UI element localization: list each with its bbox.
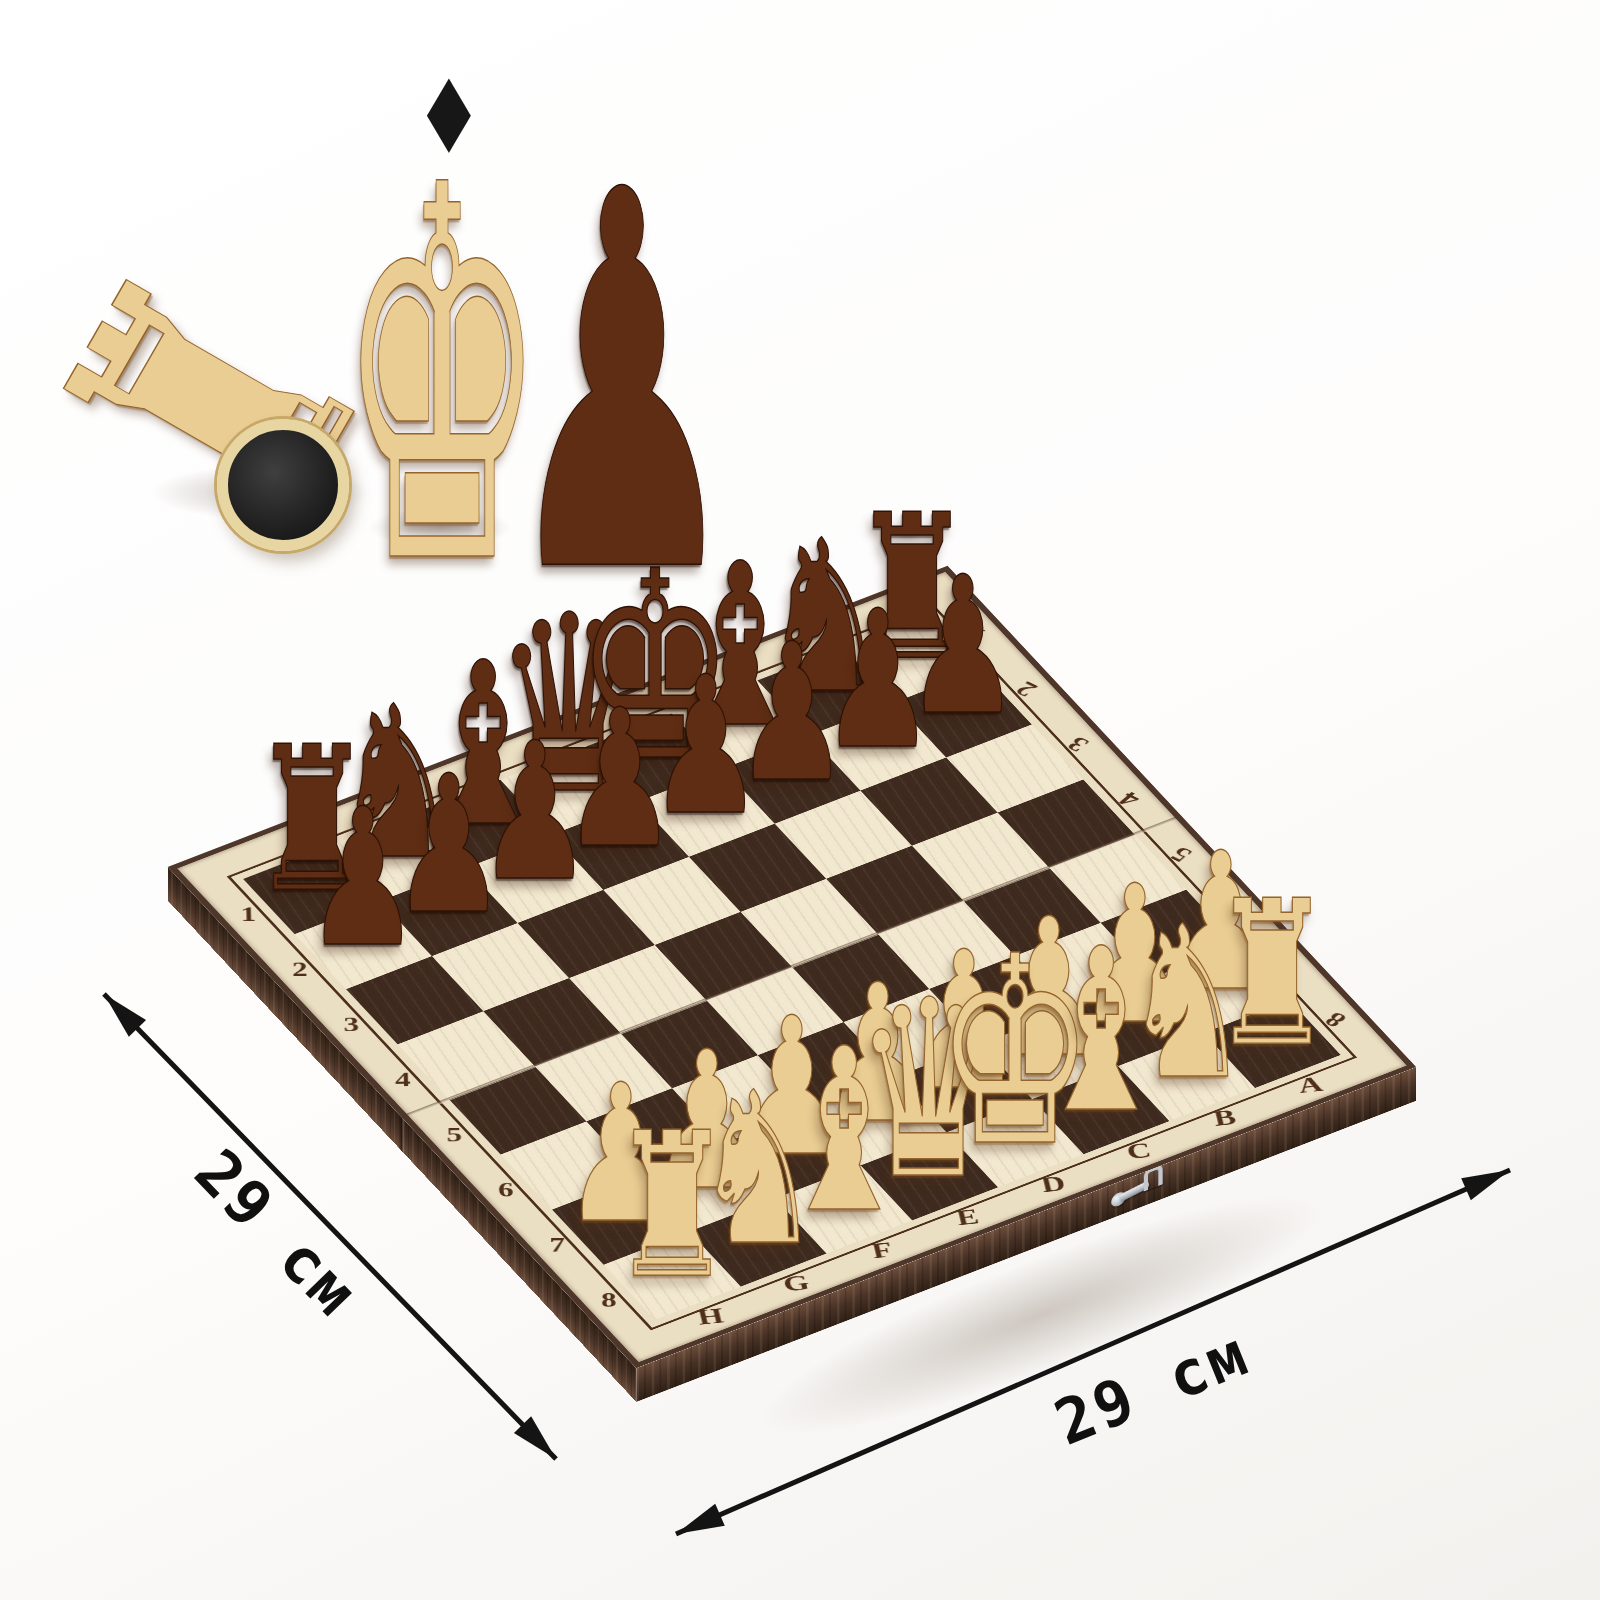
rank-label-left-5: 5 (429, 1103, 479, 1168)
felt-base-black (217, 419, 349, 551)
rank-label-left-3: 3 (326, 992, 376, 1057)
fold-seam-notch (400, 1116, 402, 1152)
loose-piece-dark-pawn: ♟ (501, 124, 743, 644)
rank-label-left-8: 8 (584, 1268, 634, 1333)
rank-label-left-2: 2 (275, 937, 325, 1002)
metal-latch (1109, 1167, 1160, 1214)
latch-hook-icon (1144, 1164, 1163, 1192)
rank-label-left-7: 7 (532, 1213, 582, 1278)
chess-board: 1234567812345678HGFEDCBA (168, 566, 1417, 1369)
king-black-finial-icon: ◆ (427, 58, 471, 155)
dimension-label-left: 29 см (181, 1135, 374, 1331)
rank-label-left-4: 4 (378, 1047, 428, 1112)
dimension-label-bottom: 29 см (1045, 1316, 1259, 1459)
product-photo-canvas: 1234567812345678HGFEDCBA ♜♞♝♛♚♝♞♜♟♟♟♟♟♟♟… (0, 0, 1600, 1600)
rank-label-left-1: 1 (223, 882, 273, 947)
